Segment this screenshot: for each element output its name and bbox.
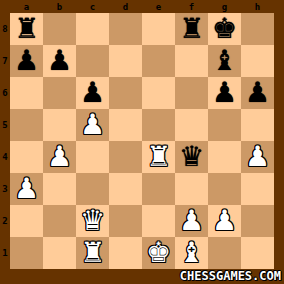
- square-a7: ♟: [10, 45, 43, 77]
- square-c3: [76, 173, 109, 205]
- square-g2: ♟: [208, 205, 241, 237]
- square-e8: [142, 13, 175, 45]
- white-rook-c1: ♜: [76, 237, 109, 269]
- square-e3: [142, 173, 175, 205]
- black-rook-a8: ♜: [10, 13, 43, 45]
- square-g3: [208, 173, 241, 205]
- rank-labels: 87654321: [0, 13, 10, 269]
- rank-label-6: 6: [0, 77, 10, 109]
- square-c2: ♛: [76, 205, 109, 237]
- square-g7: ♝: [208, 45, 241, 77]
- square-c4: [76, 141, 109, 173]
- square-c8: [76, 13, 109, 45]
- square-a5: [10, 109, 43, 141]
- rank-label-8: 8: [0, 13, 10, 45]
- square-d5: [109, 109, 142, 141]
- white-pawn-g2: ♟: [208, 205, 241, 237]
- square-g8: ♚: [208, 13, 241, 45]
- square-b1: [43, 237, 76, 269]
- square-d8: [109, 13, 142, 45]
- square-c7: [76, 45, 109, 77]
- square-a2: [10, 205, 43, 237]
- square-e7: [142, 45, 175, 77]
- square-d7: [109, 45, 142, 77]
- black-pawn-a7: ♟: [10, 45, 43, 77]
- square-a3: ♟: [10, 173, 43, 205]
- black-pawn-c6: ♟: [76, 77, 109, 109]
- rank-label-4: 4: [0, 141, 10, 173]
- square-f7: [175, 45, 208, 77]
- square-e6: [142, 77, 175, 109]
- black-queen-f4: ♛: [175, 141, 208, 173]
- square-h8: [241, 13, 274, 45]
- square-g6: ♟: [208, 77, 241, 109]
- square-a6: [10, 77, 43, 109]
- black-pawn-h6: ♟: [241, 77, 274, 109]
- square-h4: ♟: [241, 141, 274, 173]
- square-h3: [241, 173, 274, 205]
- square-h1: [241, 237, 274, 269]
- square-a4: [10, 141, 43, 173]
- square-d2: [109, 205, 142, 237]
- black-pawn-g6: ♟: [208, 77, 241, 109]
- black-pawn-b7: ♟: [43, 45, 76, 77]
- square-b6: [43, 77, 76, 109]
- square-e2: [142, 205, 175, 237]
- square-b2: [43, 205, 76, 237]
- square-c5: ♟: [76, 109, 109, 141]
- rank-label-7: 7: [0, 45, 10, 77]
- white-pawn-f2: ♟: [175, 205, 208, 237]
- square-e5: [142, 109, 175, 141]
- square-d3: [109, 173, 142, 205]
- square-f6: [175, 77, 208, 109]
- square-c6: ♟: [76, 77, 109, 109]
- chess-diagram: abcdefgh 87654321 ♜♜♚♟♟♝♟♟♟♟♟♜♛♟♟♛♟♟♜♚♝ …: [0, 0, 284, 284]
- white-bishop-f1: ♝: [175, 237, 208, 269]
- white-king-e1: ♚: [142, 237, 175, 269]
- square-f8: ♜: [175, 13, 208, 45]
- watermark-text: CHESSGAMES.COM: [180, 269, 281, 284]
- white-pawn-b4: ♟: [43, 141, 76, 173]
- square-f1: ♝: [175, 237, 208, 269]
- white-pawn-a3: ♟: [10, 173, 43, 205]
- square-b7: ♟: [43, 45, 76, 77]
- black-king-g8: ♚: [208, 13, 241, 45]
- square-b8: [43, 13, 76, 45]
- square-h7: [241, 45, 274, 77]
- rank-label-1: 1: [0, 237, 10, 269]
- square-h5: [241, 109, 274, 141]
- square-b3: [43, 173, 76, 205]
- square-b4: ♟: [43, 141, 76, 173]
- file-label-c: c: [76, 0, 109, 13]
- rank-label-2: 2: [0, 205, 10, 237]
- square-g4: [208, 141, 241, 173]
- square-b5: [43, 109, 76, 141]
- square-h6: ♟: [241, 77, 274, 109]
- square-f5: [175, 109, 208, 141]
- square-e4: ♜: [142, 141, 175, 173]
- square-f4: ♛: [175, 141, 208, 173]
- square-f2: ♟: [175, 205, 208, 237]
- square-g5: [208, 109, 241, 141]
- black-bishop-g7: ♝: [208, 45, 241, 77]
- file-label-h: h: [241, 0, 274, 13]
- square-d1: [109, 237, 142, 269]
- white-queen-c2: ♛: [76, 205, 109, 237]
- white-pawn-c5: ♟: [76, 109, 109, 141]
- square-d6: [109, 77, 142, 109]
- rank-label-5: 5: [0, 109, 10, 141]
- square-c1: ♜: [76, 237, 109, 269]
- file-label-e: e: [142, 0, 175, 13]
- square-e1: ♚: [142, 237, 175, 269]
- square-f3: [175, 173, 208, 205]
- white-pawn-h4: ♟: [241, 141, 274, 173]
- square-g1: [208, 237, 241, 269]
- square-a1: [10, 237, 43, 269]
- square-h2: [241, 205, 274, 237]
- square-a8: ♜: [10, 13, 43, 45]
- rank-label-3: 3: [0, 173, 10, 205]
- chess-board: ♜♜♚♟♟♝♟♟♟♟♟♜♛♟♟♛♟♟♜♚♝: [10, 13, 274, 269]
- file-label-d: d: [109, 0, 142, 13]
- file-label-b: b: [43, 0, 76, 13]
- black-rook-f8: ♜: [175, 13, 208, 45]
- white-rook-e4: ♜: [142, 141, 175, 173]
- square-d4: [109, 141, 142, 173]
